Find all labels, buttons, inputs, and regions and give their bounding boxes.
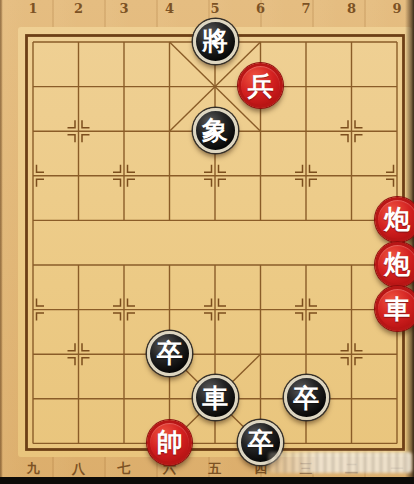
- file-label-top-5: 5: [210, 1, 219, 17]
- file-label-top-7: 7: [301, 1, 310, 17]
- piece-black-general[interactable]: 將: [193, 19, 238, 64]
- piece-black-elephant[interactable]: 象: [193, 108, 238, 153]
- piece-red-soldier[interactable]: 兵: [238, 63, 283, 108]
- piece-red-general[interactable]: 帥: [147, 420, 192, 465]
- file-label-top-9: 9: [392, 1, 401, 17]
- piece-black-soldier[interactable]: 卒: [284, 375, 329, 420]
- file-label-bottom-2: 八: [72, 461, 85, 477]
- file-label-bottom-5: 五: [209, 461, 222, 477]
- file-label-bottom-1: 九: [27, 461, 40, 477]
- watermark-smudge: [268, 452, 412, 473]
- file-label-bottom-3: 七: [118, 461, 131, 477]
- file-label-top-8: 8: [347, 1, 356, 17]
- piece-red-cannon[interactable]: 炮: [375, 242, 414, 287]
- piece-black-soldier[interactable]: 卒: [147, 331, 192, 376]
- file-label-top-2: 2: [74, 1, 83, 17]
- file-label-top-1: 1: [28, 1, 37, 17]
- piece-black-chariot[interactable]: 車: [193, 375, 238, 420]
- bottom-letterbox-bar: [0, 477, 414, 484]
- file-label-top-6: 6: [256, 1, 265, 17]
- xiangqi-app-screen: 123456789 九八七六五四三二一 將兵象炮炮車卒車卒帥卒: [0, 0, 414, 484]
- file-label-top-4: 4: [165, 1, 174, 17]
- piece-red-cannon[interactable]: 炮: [375, 197, 414, 242]
- file-label-top-3: 3: [119, 1, 128, 17]
